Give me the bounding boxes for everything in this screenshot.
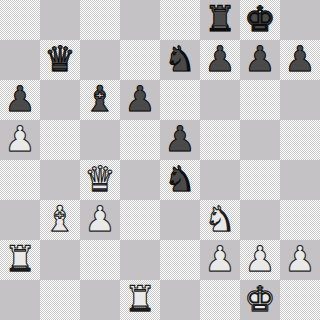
square-c8[interactable]: [80, 0, 120, 40]
square-e4[interactable]: ♞: [160, 160, 200, 200]
square-h1[interactable]: [280, 280, 320, 320]
square-c7[interactable]: [80, 40, 120, 80]
black-bishop[interactable]: ♝: [84, 80, 115, 119]
square-c4[interactable]: ♛: [80, 160, 120, 200]
square-e2[interactable]: [160, 240, 200, 280]
black-queen[interactable]: ♛: [44, 40, 75, 79]
square-h2[interactable]: ♟: [280, 240, 320, 280]
square-c2[interactable]: [80, 240, 120, 280]
square-f3[interactable]: ♞: [200, 200, 240, 240]
square-f5[interactable]: [200, 120, 240, 160]
white-knight[interactable]: ♞: [204, 200, 235, 239]
square-f7[interactable]: ♟: [200, 40, 240, 80]
square-e6[interactable]: [160, 80, 200, 120]
square-b6[interactable]: [40, 80, 80, 120]
square-a5[interactable]: ♟: [0, 120, 40, 160]
square-a1[interactable]: [0, 280, 40, 320]
chess-board: ♜♚♛♞♟♟♟♟♝♟♟♟♛♞♝♟♞♜♟♟♟♜♚: [0, 0, 320, 320]
square-d5[interactable]: [120, 120, 160, 160]
white-king[interactable]: ♚: [244, 280, 275, 319]
square-h5[interactable]: [280, 120, 320, 160]
white-rook[interactable]: ♜: [4, 240, 35, 279]
white-bishop[interactable]: ♝: [44, 200, 75, 239]
square-a6[interactable]: ♟: [0, 80, 40, 120]
white-pawn[interactable]: ♟: [4, 120, 35, 159]
square-c5[interactable]: [80, 120, 120, 160]
square-c6[interactable]: ♝: [80, 80, 120, 120]
square-b8[interactable]: [40, 0, 80, 40]
square-b3[interactable]: ♝: [40, 200, 80, 240]
square-h8[interactable]: [280, 0, 320, 40]
square-d6[interactable]: ♟: [120, 80, 160, 120]
black-pawn[interactable]: ♟: [124, 80, 155, 119]
square-b7[interactable]: ♛: [40, 40, 80, 80]
square-d4[interactable]: [120, 160, 160, 200]
square-b4[interactable]: [40, 160, 80, 200]
white-queen[interactable]: ♛: [84, 160, 115, 199]
white-pawn[interactable]: ♟: [284, 240, 315, 279]
square-c3[interactable]: ♟: [80, 200, 120, 240]
square-g8[interactable]: ♚: [240, 0, 280, 40]
square-f4[interactable]: [200, 160, 240, 200]
square-h6[interactable]: [280, 80, 320, 120]
white-pawn[interactable]: ♟: [244, 240, 275, 279]
square-d2[interactable]: [120, 240, 160, 280]
black-pawn[interactable]: ♟: [4, 80, 35, 119]
white-pawn[interactable]: ♟: [204, 240, 235, 279]
square-e8[interactable]: [160, 0, 200, 40]
square-b5[interactable]: [40, 120, 80, 160]
square-g1[interactable]: ♚: [240, 280, 280, 320]
black-rook[interactable]: ♜: [204, 0, 235, 39]
square-d1[interactable]: ♜: [120, 280, 160, 320]
square-e1[interactable]: [160, 280, 200, 320]
square-h4[interactable]: [280, 160, 320, 200]
square-e7[interactable]: ♞: [160, 40, 200, 80]
square-b2[interactable]: [40, 240, 80, 280]
square-a7[interactable]: [0, 40, 40, 80]
black-pawn[interactable]: ♟: [284, 40, 315, 79]
square-g3[interactable]: [240, 200, 280, 240]
square-h3[interactable]: [280, 200, 320, 240]
square-g5[interactable]: [240, 120, 280, 160]
square-d3[interactable]: [120, 200, 160, 240]
square-a4[interactable]: [0, 160, 40, 200]
black-knight[interactable]: ♞: [164, 40, 195, 79]
square-g7[interactable]: ♟: [240, 40, 280, 80]
square-g4[interactable]: [240, 160, 280, 200]
black-pawn[interactable]: ♟: [244, 40, 275, 79]
square-f1[interactable]: [200, 280, 240, 320]
square-g6[interactable]: [240, 80, 280, 120]
square-e3[interactable]: [160, 200, 200, 240]
square-g2[interactable]: ♟: [240, 240, 280, 280]
square-a2[interactable]: ♜: [0, 240, 40, 280]
square-f8[interactable]: ♜: [200, 0, 240, 40]
square-e5[interactable]: ♟: [160, 120, 200, 160]
square-h7[interactable]: ♟: [280, 40, 320, 80]
square-f6[interactable]: [200, 80, 240, 120]
square-a8[interactable]: [0, 0, 40, 40]
square-f2[interactable]: ♟: [200, 240, 240, 280]
square-c1[interactable]: [80, 280, 120, 320]
square-d8[interactable]: [120, 0, 160, 40]
black-knight[interactable]: ♞: [164, 160, 195, 199]
white-rook[interactable]: ♜: [124, 280, 155, 319]
black-pawn[interactable]: ♟: [204, 40, 235, 79]
black-pawn[interactable]: ♟: [164, 120, 195, 159]
square-a3[interactable]: [0, 200, 40, 240]
black-king[interactable]: ♚: [244, 0, 275, 39]
square-d7[interactable]: [120, 40, 160, 80]
square-b1[interactable]: [40, 280, 80, 320]
white-pawn[interactable]: ♟: [84, 200, 115, 239]
